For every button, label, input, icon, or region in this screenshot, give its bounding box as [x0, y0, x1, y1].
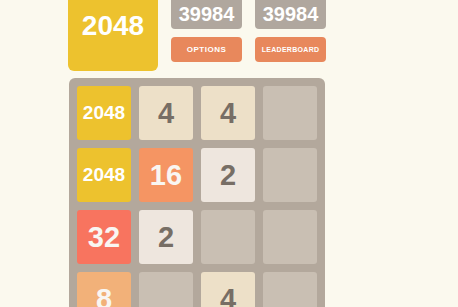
tile-r4c1: 8 [77, 272, 131, 307]
tile-r4c3: 4 [201, 272, 255, 307]
tile-r3c4 [263, 210, 317, 264]
tile-r2c1: 2048 [77, 148, 131, 202]
logo-text: 2048 [82, 10, 144, 42]
tile-r1c3: 4 [201, 86, 255, 140]
best-label: BEST [255, 0, 326, 2]
tile-r2c3: 2 [201, 148, 255, 202]
best-score-box: BEST 39984 [255, 0, 326, 29]
tile-r3c2: 2 [139, 210, 193, 264]
game-board[interactable]: 2048 4 4 2048 16 2 32 2 8 4 [69, 78, 325, 307]
tile-r3c3 [201, 210, 255, 264]
tile-r1c1: 2048 [77, 86, 131, 140]
best-value: 39984 [255, 3, 326, 25]
tile-r1c2: 4 [139, 86, 193, 140]
tile-r3c1: 32 [77, 210, 131, 264]
logo-tile: 2048 [68, 0, 158, 71]
tile-r4c4 [263, 272, 317, 307]
score-box: SCORE 39984 [171, 0, 242, 29]
score-label: SCORE [171, 0, 242, 2]
tile-r1c4 [263, 86, 317, 140]
tile-r4c2 [139, 272, 193, 307]
tile-r2c4 [263, 148, 317, 202]
options-button[interactable]: OPTIONS [171, 37, 242, 62]
score-value: 39984 [171, 3, 242, 25]
leaderboard-button[interactable]: LEADERBOARD [255, 37, 326, 62]
tile-r2c2: 16 [139, 148, 193, 202]
